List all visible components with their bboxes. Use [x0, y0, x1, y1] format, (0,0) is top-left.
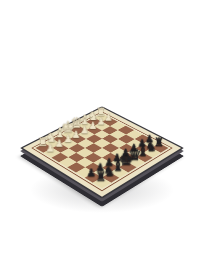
piece-black-rook: ♜ [88, 171, 114, 183]
piece-white-pawn: ♟ [38, 143, 62, 153]
product-photo-chess-set: ♜♟♟♜♞♟♟♞♝♟♟♝♛♟♟♛♚♟♟♚♝♟♟♝♞♟♟♞♜♟♟♜ [0, 0, 200, 280]
board-cell: ♜ [93, 178, 111, 189]
